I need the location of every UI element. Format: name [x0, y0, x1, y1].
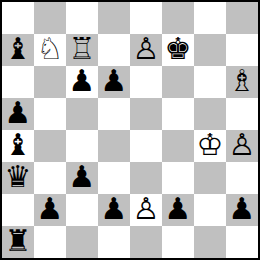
square-f1[interactable]: [162, 226, 194, 258]
square-g8[interactable]: [194, 2, 226, 34]
chess-board-frame: ♝♘♖♙♚♟♟♗♟♝♔♙♛♟♟♟♙♟♟♜: [0, 0, 260, 260]
square-d7[interactable]: [98, 34, 130, 66]
square-b4[interactable]: [34, 130, 66, 162]
square-h3[interactable]: [226, 162, 258, 194]
chess-board: ♝♘♖♙♚♟♟♗♟♝♔♙♛♟♟♟♙♟♟♜: [2, 2, 258, 258]
black-pawn-piece: ♟: [229, 194, 256, 225]
square-e8[interactable]: [130, 2, 162, 34]
square-d4[interactable]: [98, 130, 130, 162]
square-b8[interactable]: [34, 2, 66, 34]
white-king-piece: ♔: [197, 130, 224, 161]
square-c3[interactable]: ♟: [66, 162, 98, 194]
square-h5[interactable]: [226, 98, 258, 130]
square-e7[interactable]: ♙: [130, 34, 162, 66]
square-d5[interactable]: [98, 98, 130, 130]
square-d1[interactable]: [98, 226, 130, 258]
square-f8[interactable]: [162, 2, 194, 34]
square-c7[interactable]: ♖: [66, 34, 98, 66]
square-f5[interactable]: [162, 98, 194, 130]
white-rook-piece: ♖: [69, 34, 96, 65]
square-a2[interactable]: [2, 194, 34, 226]
square-b6[interactable]: [34, 66, 66, 98]
black-pawn-piece: ♟: [101, 194, 128, 225]
black-pawn-piece: ♟: [165, 194, 192, 225]
white-bishop-piece: ♗: [229, 66, 256, 97]
square-a7[interactable]: ♝: [2, 34, 34, 66]
square-b2[interactable]: ♟: [34, 194, 66, 226]
square-g6[interactable]: [194, 66, 226, 98]
square-e5[interactable]: [130, 98, 162, 130]
black-queen-piece: ♛: [5, 162, 32, 193]
square-g1[interactable]: [194, 226, 226, 258]
square-c5[interactable]: [66, 98, 98, 130]
square-c8[interactable]: [66, 2, 98, 34]
square-b7[interactable]: ♘: [34, 34, 66, 66]
black-king-piece: ♚: [165, 34, 192, 65]
square-h4[interactable]: ♙: [226, 130, 258, 162]
black-bishop-piece: ♝: [5, 130, 32, 161]
square-g3[interactable]: [194, 162, 226, 194]
black-bishop-piece: ♝: [5, 34, 32, 65]
square-b5[interactable]: [34, 98, 66, 130]
square-e3[interactable]: [130, 162, 162, 194]
square-d6[interactable]: ♟: [98, 66, 130, 98]
square-a4[interactable]: ♝: [2, 130, 34, 162]
square-a1[interactable]: ♜: [2, 226, 34, 258]
black-pawn-piece: ♟: [37, 194, 64, 225]
square-h2[interactable]: ♟: [226, 194, 258, 226]
square-c6[interactable]: ♟: [66, 66, 98, 98]
square-f6[interactable]: [162, 66, 194, 98]
square-c2[interactable]: [66, 194, 98, 226]
white-pawn-piece: ♙: [133, 34, 160, 65]
square-b3[interactable]: [34, 162, 66, 194]
square-g2[interactable]: [194, 194, 226, 226]
white-pawn-piece: ♙: [133, 194, 160, 225]
square-c1[interactable]: [66, 226, 98, 258]
square-e4[interactable]: [130, 130, 162, 162]
square-a6[interactable]: [2, 66, 34, 98]
black-pawn-piece: ♟: [69, 66, 96, 97]
square-a8[interactable]: [2, 2, 34, 34]
square-d3[interactable]: [98, 162, 130, 194]
square-h7[interactable]: [226, 34, 258, 66]
square-g4[interactable]: ♔: [194, 130, 226, 162]
square-e2[interactable]: ♙: [130, 194, 162, 226]
square-a3[interactable]: ♛: [2, 162, 34, 194]
white-knight-piece: ♘: [37, 34, 64, 65]
square-d2[interactable]: ♟: [98, 194, 130, 226]
square-g5[interactable]: [194, 98, 226, 130]
square-h6[interactable]: ♗: [226, 66, 258, 98]
square-e1[interactable]: [130, 226, 162, 258]
square-f3[interactable]: [162, 162, 194, 194]
black-rook-piece: ♜: [5, 226, 32, 257]
square-h8[interactable]: [226, 2, 258, 34]
square-f4[interactable]: [162, 130, 194, 162]
square-a5[interactable]: ♟: [2, 98, 34, 130]
black-pawn-piece: ♟: [5, 98, 32, 129]
square-c4[interactable]: [66, 130, 98, 162]
square-b1[interactable]: [34, 226, 66, 258]
square-g7[interactable]: [194, 34, 226, 66]
square-f7[interactable]: ♚: [162, 34, 194, 66]
white-pawn-piece: ♙: [229, 130, 256, 161]
square-e6[interactable]: [130, 66, 162, 98]
black-pawn-piece: ♟: [101, 66, 128, 97]
square-h1[interactable]: [226, 226, 258, 258]
black-pawn-piece: ♟: [69, 162, 96, 193]
square-f2[interactable]: ♟: [162, 194, 194, 226]
square-d8[interactable]: [98, 2, 130, 34]
